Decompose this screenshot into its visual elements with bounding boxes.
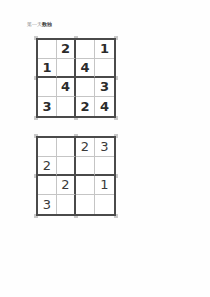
sudoku-cell-empty [57, 195, 76, 214]
sudoku-cell-given: 3 [95, 138, 114, 157]
page-title: 第一天数独 [27, 21, 52, 28]
sudoku-cell-empty [76, 157, 95, 176]
sudoku-cell-given: 3 [38, 195, 57, 214]
sudoku-cell-given: 4 [57, 78, 76, 97]
sudoku-board-1: 211443324 [36, 38, 116, 118]
sudoku-cell-empty [95, 195, 114, 214]
sudoku-cell-empty [57, 97, 76, 116]
sudoku-cell-given: 3 [95, 78, 114, 97]
sudoku-cell-empty [38, 78, 57, 97]
sudoku-cell-given: 1 [95, 176, 114, 195]
sudoku-cell-given: 2 [57, 176, 76, 195]
sudoku-cell-empty [38, 176, 57, 195]
sudoku-cell-empty [57, 157, 76, 176]
sudoku-cell-empty [76, 176, 95, 195]
sudoku-cell-empty [57, 59, 76, 78]
sudoku-cell-empty [95, 157, 114, 176]
sudoku-cell-empty [57, 138, 76, 157]
sudoku-cell-given: 2 [76, 97, 95, 116]
sudoku-cell-empty [76, 40, 95, 59]
sudoku-cell-given: 2 [76, 138, 95, 157]
page-title-prefix: 第一天 [27, 21, 42, 27]
sudoku-grid-1: 211443324 [36, 38, 116, 118]
sudoku-cell-empty [95, 59, 114, 78]
sudoku-cell-given: 1 [95, 40, 114, 59]
sudoku-cell-empty [38, 40, 57, 59]
page-title-suffix: 数独 [42, 21, 52, 27]
sudoku-board-2: 232213 [36, 136, 116, 216]
sudoku-grid-2: 232213 [36, 136, 116, 216]
sudoku-cell-empty [76, 195, 95, 214]
sudoku-cell-given: 1 [38, 59, 57, 78]
sudoku-cell-empty [76, 78, 95, 97]
sudoku-cell-given: 2 [38, 157, 57, 176]
worksheet-page: 第一天数独 211443324 232213 [0, 0, 210, 297]
sudoku-cell-given: 2 [57, 40, 76, 59]
sudoku-cell-given: 3 [38, 97, 57, 116]
sudoku-cell-given: 4 [76, 59, 95, 78]
sudoku-cell-empty [38, 138, 57, 157]
sudoku-cell-given: 4 [95, 97, 114, 116]
